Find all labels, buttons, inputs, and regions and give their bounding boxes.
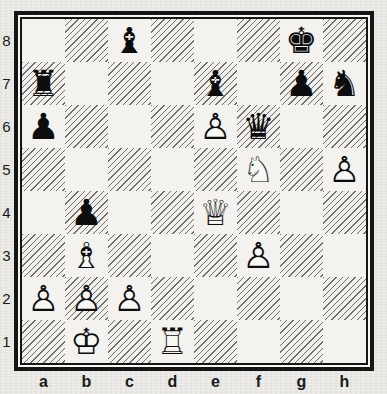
black-knight-glyph: ♞: [323, 62, 366, 105]
square-c4[interactable]: [108, 191, 151, 234]
piece-black-pawn: ♟: [280, 62, 323, 105]
square-g2[interactable]: [280, 277, 323, 320]
white-bishop-fill: ♝: [65, 234, 108, 277]
square-h8[interactable]: [323, 19, 366, 62]
square-e3[interactable]: [194, 234, 237, 277]
white-pawn-glyph: ♙: [22, 277, 65, 320]
black-pawn-glyph: ♟: [280, 62, 323, 105]
square-e1[interactable]: [194, 320, 237, 363]
square-g6[interactable]: [280, 105, 323, 148]
black-bishop-glyph: ♝: [108, 19, 151, 62]
file-label-d: d: [151, 371, 194, 393]
piece-black-king: ♚: [280, 19, 323, 62]
square-a3[interactable]: [22, 234, 65, 277]
square-e6[interactable]: ♟♙: [194, 105, 237, 148]
square-h2[interactable]: [323, 277, 366, 320]
white-pawn-fill: ♟: [108, 277, 151, 320]
square-b8[interactable]: [65, 19, 108, 62]
square-e2[interactable]: [194, 277, 237, 320]
white-pawn-glyph: ♙: [323, 148, 366, 191]
square-f2[interactable]: [237, 277, 280, 320]
rank-labels: 87654321: [0, 19, 13, 363]
square-g8[interactable]: ♚: [280, 19, 323, 62]
square-c3[interactable]: [108, 234, 151, 277]
white-pawn-glyph: ♙: [194, 105, 237, 148]
piece-white-king: ♚♔: [65, 320, 108, 363]
rank-label-6: 6: [0, 105, 13, 148]
white-king-glyph: ♔: [65, 320, 108, 363]
square-d2[interactable]: [151, 277, 194, 320]
square-f7[interactable]: [237, 62, 280, 105]
file-label-c: c: [108, 371, 151, 393]
board-frame: ♝♚♜♝♟♞♟♟♙♛♞♘♟♙♟♛♕♝♗♟♙♟♙♟♙♟♙♚♔♜♖: [14, 11, 374, 371]
square-a8[interactable]: [22, 19, 65, 62]
white-king-fill: ♚: [65, 320, 108, 363]
square-b4[interactable]: ♟: [65, 191, 108, 234]
square-c8[interactable]: ♝: [108, 19, 151, 62]
square-g4[interactable]: [280, 191, 323, 234]
rank-label-2: 2: [0, 277, 13, 320]
file-label-g: g: [280, 371, 323, 393]
square-a7[interactable]: ♜: [22, 62, 65, 105]
square-c7[interactable]: [108, 62, 151, 105]
black-pawn-glyph: ♟: [22, 105, 65, 148]
white-pawn-glyph: ♙: [65, 277, 108, 320]
square-g1[interactable]: [280, 320, 323, 363]
white-knight-glyph: ♘: [237, 148, 280, 191]
file-label-a: a: [22, 371, 65, 393]
square-g3[interactable]: [280, 234, 323, 277]
square-a1[interactable]: [22, 320, 65, 363]
square-b7[interactable]: [65, 62, 108, 105]
square-h4[interactable]: [323, 191, 366, 234]
square-e5[interactable]: [194, 148, 237, 191]
piece-white-rook: ♜♖: [151, 320, 194, 363]
piece-black-bishop: ♝: [194, 62, 237, 105]
square-d6[interactable]: [151, 105, 194, 148]
square-b1[interactable]: ♚♔: [65, 320, 108, 363]
rank-label-4: 4: [0, 191, 13, 234]
white-rook-fill: ♜: [151, 320, 194, 363]
file-label-e: e: [194, 371, 237, 393]
white-pawn-glyph: ♙: [237, 234, 280, 277]
piece-black-pawn: ♟: [22, 105, 65, 148]
white-pawn-fill: ♟: [237, 234, 280, 277]
square-f1[interactable]: [237, 320, 280, 363]
white-pawn-fill: ♟: [65, 277, 108, 320]
rank-label-1: 1: [0, 320, 13, 363]
square-c2[interactable]: ♟♙: [108, 277, 151, 320]
square-a4[interactable]: [22, 191, 65, 234]
square-c6[interactable]: [108, 105, 151, 148]
chess-board: ♝♚♜♝♟♞♟♟♙♛♞♘♟♙♟♛♕♝♗♟♙♟♙♟♙♟♙♚♔♜♖: [22, 19, 366, 363]
piece-black-queen: ♛: [237, 105, 280, 148]
white-pawn-glyph: ♙: [108, 277, 151, 320]
white-queen-glyph: ♕: [194, 191, 237, 234]
square-d8[interactable]: [151, 19, 194, 62]
square-c5[interactable]: [108, 148, 151, 191]
square-h1[interactable]: [323, 320, 366, 363]
white-pawn-fill: ♟: [22, 277, 65, 320]
rank-label-5: 5: [0, 148, 13, 191]
black-rook-glyph: ♜: [22, 62, 65, 105]
square-b5[interactable]: [65, 148, 108, 191]
piece-white-pawn: ♟♙: [108, 277, 151, 320]
white-pawn-fill: ♟: [323, 148, 366, 191]
square-d3[interactable]: [151, 234, 194, 277]
square-d7[interactable]: [151, 62, 194, 105]
piece-white-bishop: ♝♗: [65, 234, 108, 277]
square-d5[interactable]: [151, 148, 194, 191]
square-c1[interactable]: [108, 320, 151, 363]
square-h3[interactable]: [323, 234, 366, 277]
white-rook-glyph: ♖: [151, 320, 194, 363]
square-f5[interactable]: ♞♘: [237, 148, 280, 191]
square-d1[interactable]: ♜♖: [151, 320, 194, 363]
piece-black-knight: ♞: [323, 62, 366, 105]
piece-white-pawn: ♟♙: [237, 234, 280, 277]
black-bishop-glyph: ♝: [194, 62, 237, 105]
black-queen-glyph: ♛: [237, 105, 280, 148]
piece-white-knight: ♞♘: [237, 148, 280, 191]
board-inner-frame: ♝♚♜♝♟♞♟♟♙♛♞♘♟♙♟♛♕♝♗♟♙♟♙♟♙♟♙♚♔♜♖: [20, 17, 368, 365]
piece-white-queen: ♛♕: [194, 191, 237, 234]
file-label-b: b: [65, 371, 108, 393]
piece-white-pawn: ♟♙: [22, 277, 65, 320]
square-h6[interactable]: [323, 105, 366, 148]
square-a2[interactable]: ♟♙: [22, 277, 65, 320]
square-f4[interactable]: [237, 191, 280, 234]
piece-white-pawn: ♟♙: [194, 105, 237, 148]
square-g7[interactable]: ♟: [280, 62, 323, 105]
rank-label-8: 8: [0, 19, 13, 62]
file-label-f: f: [237, 371, 280, 393]
file-label-h: h: [323, 371, 366, 393]
square-d4[interactable]: [151, 191, 194, 234]
square-b2[interactable]: ♟♙: [65, 277, 108, 320]
square-f8[interactable]: [237, 19, 280, 62]
square-g5[interactable]: [280, 148, 323, 191]
square-b6[interactable]: [65, 105, 108, 148]
black-pawn-glyph: ♟: [65, 191, 108, 234]
square-h5[interactable]: ♟♙: [323, 148, 366, 191]
file-labels: abcdefgh: [22, 371, 366, 393]
rank-label-3: 3: [0, 234, 13, 277]
black-king-glyph: ♚: [280, 19, 323, 62]
square-f6[interactable]: ♛: [237, 105, 280, 148]
piece-black-bishop: ♝: [108, 19, 151, 62]
white-knight-fill: ♞: [237, 148, 280, 191]
piece-black-pawn: ♟: [65, 191, 108, 234]
piece-white-pawn: ♟♙: [65, 277, 108, 320]
piece-white-pawn: ♟♙: [323, 148, 366, 191]
white-queen-fill: ♛: [194, 191, 237, 234]
square-e8[interactable]: [194, 19, 237, 62]
square-e4[interactable]: ♛♕: [194, 191, 237, 234]
chess-diagram: 87654321 ♝♚♜♝♟♞♟♟♙♛♞♘♟♙♟♛♕♝♗♟♙♟♙♟♙♟♙♚♔♜♖…: [0, 0, 387, 394]
square-f3[interactable]: ♟♙: [237, 234, 280, 277]
square-b3[interactable]: ♝♗: [65, 234, 108, 277]
piece-black-rook: ♜: [22, 62, 65, 105]
square-e7[interactable]: ♝: [194, 62, 237, 105]
rank-label-7: 7: [0, 62, 13, 105]
square-a6[interactable]: ♟: [22, 105, 65, 148]
square-a5[interactable]: [22, 148, 65, 191]
white-bishop-glyph: ♗: [65, 234, 108, 277]
white-pawn-fill: ♟: [194, 105, 237, 148]
square-h7[interactable]: ♞: [323, 62, 366, 105]
